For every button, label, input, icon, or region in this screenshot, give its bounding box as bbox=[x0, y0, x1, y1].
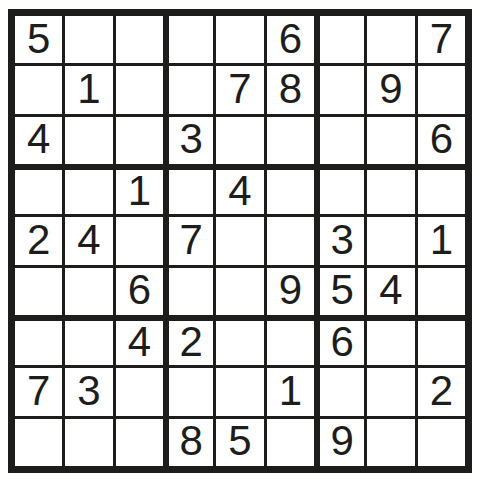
given-digit: 2 bbox=[179, 321, 202, 363]
cell-r5c1[interactable]: 2 bbox=[15, 217, 62, 264]
given-digit: 9 bbox=[279, 269, 302, 311]
cell-r9c5[interactable]: 5 bbox=[216, 419, 263, 466]
cell-r9c6[interactable] bbox=[267, 419, 314, 466]
cell-r1c1[interactable]: 5 bbox=[15, 16, 62, 63]
cell-r8c7[interactable] bbox=[317, 368, 364, 415]
cell-r3c3[interactable] bbox=[116, 117, 163, 164]
given-digit: 1 bbox=[279, 370, 302, 412]
given-digit: 7 bbox=[27, 370, 50, 412]
cell-r8c4[interactable] bbox=[166, 368, 213, 415]
given-digit: 8 bbox=[279, 68, 302, 110]
cell-r2c4[interactable] bbox=[166, 66, 213, 113]
given-digit: 3 bbox=[179, 118, 202, 160]
given-digit: 5 bbox=[228, 420, 251, 462]
cell-r6c8[interactable]: 4 bbox=[367, 268, 414, 315]
cell-r5c3[interactable] bbox=[116, 217, 163, 264]
given-digit: 9 bbox=[379, 68, 402, 110]
cell-r1c9[interactable]: 7 bbox=[418, 16, 465, 63]
cell-r4c2[interactable] bbox=[65, 167, 112, 214]
cell-r3c5[interactable] bbox=[216, 117, 263, 164]
cell-r2c1[interactable] bbox=[15, 66, 62, 113]
cell-r4c7[interactable] bbox=[317, 167, 364, 214]
cell-r6c9[interactable] bbox=[418, 268, 465, 315]
given-digit: 7 bbox=[430, 18, 453, 60]
given-digit: 5 bbox=[27, 18, 50, 60]
cell-r4c9[interactable] bbox=[418, 167, 465, 214]
cell-r8c5[interactable] bbox=[216, 368, 263, 415]
cell-r2c7[interactable] bbox=[317, 66, 364, 113]
cell-r3c4[interactable]: 3 bbox=[166, 117, 213, 164]
cell-r5c6[interactable] bbox=[267, 217, 314, 264]
cell-r2c9[interactable] bbox=[418, 66, 465, 113]
given-digit: 6 bbox=[330, 321, 353, 363]
given-digit: 2 bbox=[27, 219, 50, 261]
given-digit: 7 bbox=[228, 68, 251, 110]
cell-r7c8[interactable] bbox=[367, 318, 414, 365]
cell-r9c2[interactable] bbox=[65, 419, 112, 466]
cell-r7c1[interactable] bbox=[15, 318, 62, 365]
given-digit: 4 bbox=[77, 219, 100, 261]
cell-r2c8[interactable]: 9 bbox=[367, 66, 414, 113]
cell-r6c2[interactable] bbox=[65, 268, 112, 315]
cell-r2c3[interactable] bbox=[116, 66, 163, 113]
cell-r5c4[interactable]: 7 bbox=[166, 217, 213, 264]
given-digit: 4 bbox=[128, 321, 151, 363]
cell-r4c8[interactable] bbox=[367, 167, 414, 214]
cell-r3c8[interactable] bbox=[367, 117, 414, 164]
given-digit: 4 bbox=[228, 170, 251, 212]
cell-r8c1[interactable]: 7 bbox=[15, 368, 62, 415]
cell-r1c7[interactable] bbox=[317, 16, 364, 63]
given-digit: 9 bbox=[330, 420, 353, 462]
cell-r9c3[interactable] bbox=[116, 419, 163, 466]
given-digit: 6 bbox=[279, 18, 302, 60]
cell-r6c4[interactable] bbox=[166, 268, 213, 315]
cell-r5c2[interactable]: 4 bbox=[65, 217, 112, 264]
cell-r6c3[interactable]: 6 bbox=[116, 268, 163, 315]
given-digit: 2 bbox=[430, 370, 453, 412]
cell-r4c5[interactable]: 4 bbox=[216, 167, 263, 214]
cell-r4c4[interactable] bbox=[166, 167, 213, 214]
cell-r7c3[interactable]: 4 bbox=[116, 318, 163, 365]
sudoku-board: 5671789436142473169544267312859 bbox=[8, 9, 472, 473]
cell-r7c2[interactable] bbox=[65, 318, 112, 365]
cell-r9c4[interactable]: 8 bbox=[166, 419, 213, 466]
cell-r6c6[interactable]: 9 bbox=[267, 268, 314, 315]
cell-r3c9[interactable]: 6 bbox=[418, 117, 465, 164]
cell-r7c5[interactable] bbox=[216, 318, 263, 365]
cell-r1c5[interactable] bbox=[216, 16, 263, 63]
cell-r7c4[interactable]: 2 bbox=[166, 318, 213, 365]
cell-r5c7[interactable]: 3 bbox=[317, 217, 364, 264]
given-digit: 3 bbox=[330, 219, 353, 261]
given-digit: 4 bbox=[27, 118, 50, 160]
cell-r2c6[interactable]: 8 bbox=[267, 66, 314, 113]
cell-r3c1[interactable]: 4 bbox=[15, 117, 62, 164]
given-digit: 1 bbox=[128, 170, 151, 212]
cell-r9c8[interactable] bbox=[367, 419, 414, 466]
cell-r8c2[interactable]: 3 bbox=[65, 368, 112, 415]
cell-r3c6[interactable] bbox=[267, 117, 314, 164]
cell-r6c5[interactable] bbox=[216, 268, 263, 315]
given-digit: 4 bbox=[379, 269, 402, 311]
cell-r3c7[interactable] bbox=[317, 117, 364, 164]
given-digit: 3 bbox=[77, 370, 100, 412]
cell-r6c1[interactable] bbox=[15, 268, 62, 315]
cell-r8c3[interactable] bbox=[116, 368, 163, 415]
cell-r1c4[interactable] bbox=[166, 16, 213, 63]
cell-r9c9[interactable] bbox=[418, 419, 465, 466]
given-digit: 1 bbox=[77, 68, 100, 110]
cell-r4c1[interactable] bbox=[15, 167, 62, 214]
cell-r1c3[interactable] bbox=[116, 16, 163, 63]
given-digit: 6 bbox=[430, 118, 453, 160]
cell-r2c5[interactable]: 7 bbox=[216, 66, 263, 113]
cell-r8c9[interactable]: 2 bbox=[418, 368, 465, 415]
given-digit: 8 bbox=[179, 420, 202, 462]
given-digit: 1 bbox=[430, 219, 453, 261]
cell-r9c7[interactable]: 9 bbox=[317, 419, 364, 466]
cell-r5c8[interactable] bbox=[367, 217, 414, 264]
cell-r4c6[interactable] bbox=[267, 167, 314, 214]
page: 5671789436142473169544267312859 bbox=[0, 0, 480, 482]
cell-r2c2[interactable]: 1 bbox=[65, 66, 112, 113]
given-digit: 5 bbox=[330, 269, 353, 311]
cell-r3c2[interactable] bbox=[65, 117, 112, 164]
cell-r8c8[interactable] bbox=[367, 368, 414, 415]
cell-r7c7[interactable]: 6 bbox=[317, 318, 364, 365]
cell-r5c5[interactable] bbox=[216, 217, 263, 264]
cell-r1c2[interactable] bbox=[65, 16, 112, 63]
cell-r5c9[interactable]: 1 bbox=[418, 217, 465, 264]
cell-r7c9[interactable] bbox=[418, 318, 465, 365]
cell-r1c6[interactable]: 6 bbox=[267, 16, 314, 63]
cell-r1c8[interactable] bbox=[367, 16, 414, 63]
given-digit: 7 bbox=[179, 219, 202, 261]
cell-r9c1[interactable] bbox=[15, 419, 62, 466]
given-digit: 6 bbox=[128, 269, 151, 311]
cell-r7c6[interactable] bbox=[267, 318, 314, 365]
cell-r4c3[interactable]: 1 bbox=[116, 167, 163, 214]
cell-r6c7[interactable]: 5 bbox=[317, 268, 364, 315]
cell-r8c6[interactable]: 1 bbox=[267, 368, 314, 415]
